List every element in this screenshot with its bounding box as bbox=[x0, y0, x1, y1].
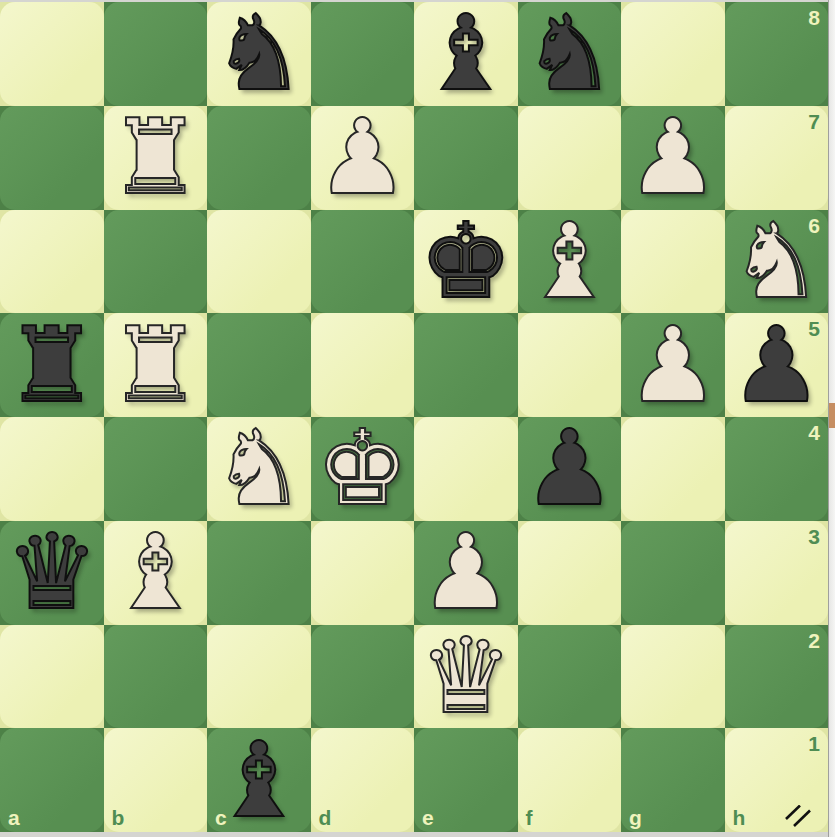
square-a5[interactable]: ♜ bbox=[0, 313, 104, 417]
square-c2[interactable] bbox=[207, 625, 311, 729]
square-f8[interactable]: ♞ bbox=[518, 2, 622, 106]
piece-white-rook[interactable]: ♜ bbox=[104, 106, 208, 210]
square-b8[interactable] bbox=[104, 2, 208, 106]
piece-white-king[interactable]: ♚ bbox=[311, 417, 415, 521]
piece-white-pawn[interactable]: ♟ bbox=[621, 313, 725, 417]
square-g3[interactable] bbox=[621, 521, 725, 625]
square-d8[interactable] bbox=[311, 2, 415, 106]
square-e1[interactable]: e bbox=[414, 728, 518, 832]
square-h3[interactable]: 3 bbox=[725, 521, 829, 625]
square-b1[interactable]: b bbox=[104, 728, 208, 832]
square-g7[interactable]: ♟ bbox=[621, 106, 725, 210]
square-g6[interactable] bbox=[621, 210, 725, 314]
scrollbar-thumb[interactable] bbox=[829, 403, 835, 428]
piece-black-pawn[interactable]: ♟ bbox=[518, 417, 622, 521]
square-f5[interactable] bbox=[518, 313, 622, 417]
square-h4[interactable]: 4 bbox=[725, 417, 829, 521]
file-label-a: a bbox=[8, 807, 20, 828]
file-label-e: e bbox=[422, 807, 434, 828]
square-d2[interactable] bbox=[311, 625, 415, 729]
square-c1[interactable]: c♝ bbox=[207, 728, 311, 832]
chess-board-page: ♞♝♞8♜♟♟7♚♝6♞♜♜♟5♟♞♚♟4♛♝♟3♛2abc♝defg1h bbox=[0, 0, 835, 837]
square-e7[interactable] bbox=[414, 106, 518, 210]
file-label-h: h bbox=[733, 807, 746, 828]
square-a2[interactable] bbox=[0, 625, 104, 729]
square-f4[interactable]: ♟ bbox=[518, 417, 622, 521]
file-label-d: d bbox=[319, 807, 332, 828]
square-e2[interactable]: ♛ bbox=[414, 625, 518, 729]
square-g4[interactable] bbox=[621, 417, 725, 521]
square-h8[interactable]: 8 bbox=[725, 2, 829, 106]
piece-white-queen[interactable]: ♛ bbox=[414, 625, 518, 729]
piece-white-bishop[interactable]: ♝ bbox=[518, 210, 622, 314]
piece-white-pawn[interactable]: ♟ bbox=[311, 106, 415, 210]
rank-label-4: 4 bbox=[808, 422, 820, 443]
board-resize-handle[interactable] bbox=[785, 805, 811, 827]
square-b3[interactable]: ♝ bbox=[104, 521, 208, 625]
square-d4[interactable]: ♚ bbox=[311, 417, 415, 521]
piece-black-queen[interactable]: ♛ bbox=[0, 521, 104, 625]
square-b4[interactable] bbox=[104, 417, 208, 521]
square-a4[interactable] bbox=[0, 417, 104, 521]
square-b6[interactable] bbox=[104, 210, 208, 314]
square-h1[interactable]: 1h bbox=[725, 728, 829, 832]
rank-label-3: 3 bbox=[808, 526, 820, 547]
piece-black-rook[interactable]: ♜ bbox=[0, 313, 104, 417]
square-b7[interactable]: ♜ bbox=[104, 106, 208, 210]
square-h6[interactable]: 6♞ bbox=[725, 210, 829, 314]
file-label-c: c bbox=[215, 807, 227, 828]
piece-white-rook[interactable]: ♜ bbox=[104, 313, 208, 417]
square-b5[interactable]: ♜ bbox=[104, 313, 208, 417]
square-h7[interactable]: 7 bbox=[725, 106, 829, 210]
piece-black-knight[interactable]: ♞ bbox=[207, 2, 311, 106]
square-g8[interactable] bbox=[621, 2, 725, 106]
rank-label-6: 6 bbox=[808, 215, 820, 236]
rank-label-5: 5 bbox=[808, 318, 820, 339]
square-c7[interactable] bbox=[207, 106, 311, 210]
square-a3[interactable]: ♛ bbox=[0, 521, 104, 625]
square-d5[interactable] bbox=[311, 313, 415, 417]
piece-black-king[interactable]: ♚ bbox=[414, 210, 518, 314]
square-e3[interactable]: ♟ bbox=[414, 521, 518, 625]
board-bottom-edge bbox=[0, 832, 828, 837]
square-f1[interactable]: f bbox=[518, 728, 622, 832]
square-c8[interactable]: ♞ bbox=[207, 2, 311, 106]
square-d7[interactable]: ♟ bbox=[311, 106, 415, 210]
square-c5[interactable] bbox=[207, 313, 311, 417]
file-label-b: b bbox=[112, 807, 125, 828]
square-b2[interactable] bbox=[104, 625, 208, 729]
square-c4[interactable]: ♞ bbox=[207, 417, 311, 521]
rank-label-2: 2 bbox=[808, 630, 820, 651]
piece-white-pawn[interactable]: ♟ bbox=[414, 521, 518, 625]
square-a8[interactable] bbox=[0, 2, 104, 106]
piece-white-pawn[interactable]: ♟ bbox=[621, 106, 725, 210]
chess-board[interactable]: ♞♝♞8♜♟♟7♚♝6♞♜♜♟5♟♞♚♟4♛♝♟3♛2abc♝defg1h bbox=[0, 2, 828, 832]
square-e8[interactable]: ♝ bbox=[414, 2, 518, 106]
square-g1[interactable]: g bbox=[621, 728, 725, 832]
rank-label-1: 1 bbox=[808, 733, 820, 754]
square-h5[interactable]: 5♟ bbox=[725, 313, 829, 417]
square-h2[interactable]: 2 bbox=[725, 625, 829, 729]
square-e6[interactable]: ♚ bbox=[414, 210, 518, 314]
square-f2[interactable] bbox=[518, 625, 622, 729]
square-d1[interactable]: d bbox=[311, 728, 415, 832]
rank-label-7: 7 bbox=[808, 111, 820, 132]
square-a1[interactable]: a bbox=[0, 728, 104, 832]
square-a7[interactable] bbox=[0, 106, 104, 210]
file-label-f: f bbox=[526, 807, 533, 828]
square-f6[interactable]: ♝ bbox=[518, 210, 622, 314]
square-e4[interactable] bbox=[414, 417, 518, 521]
piece-black-bishop[interactable]: ♝ bbox=[414, 2, 518, 106]
piece-white-bishop[interactable]: ♝ bbox=[104, 521, 208, 625]
square-c3[interactable] bbox=[207, 521, 311, 625]
square-f3[interactable] bbox=[518, 521, 622, 625]
piece-black-knight[interactable]: ♞ bbox=[518, 2, 622, 106]
square-d3[interactable] bbox=[311, 521, 415, 625]
square-g5[interactable]: ♟ bbox=[621, 313, 725, 417]
scrollbar-track bbox=[828, 0, 835, 837]
square-c6[interactable] bbox=[207, 210, 311, 314]
square-g2[interactable] bbox=[621, 625, 725, 729]
square-e5[interactable] bbox=[414, 313, 518, 417]
rank-label-8: 8 bbox=[808, 7, 820, 28]
file-label-g: g bbox=[629, 807, 642, 828]
piece-white-knight[interactable]: ♞ bbox=[207, 417, 311, 521]
square-d6[interactable] bbox=[311, 210, 415, 314]
square-f7[interactable] bbox=[518, 106, 622, 210]
square-a6[interactable] bbox=[0, 210, 104, 314]
